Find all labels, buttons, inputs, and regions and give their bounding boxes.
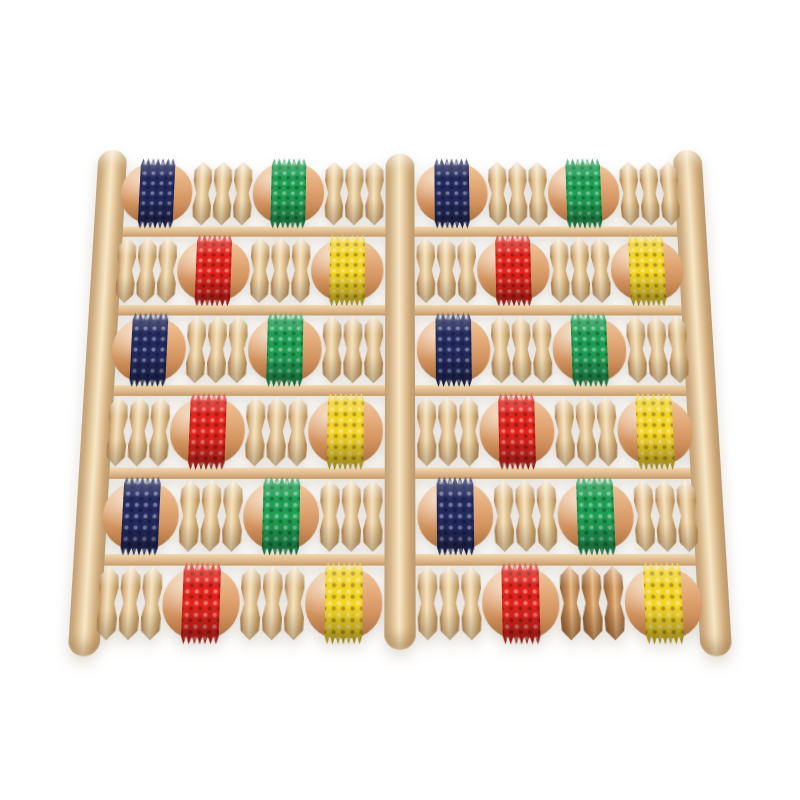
blue-spike-ring: [434, 159, 469, 229]
gear-ridge: [536, 480, 557, 552]
gear-ridge: [324, 162, 343, 226]
green-ring-barrel-roller: [252, 164, 325, 223]
gear-ridge: [363, 480, 383, 552]
red-spike-ring: [495, 235, 532, 307]
gear-ridge: [192, 162, 213, 226]
blue-spike-ring: [138, 159, 176, 229]
gear-ridge: [136, 238, 158, 304]
red-ring-barrel-roller: [169, 399, 246, 464]
foot-massage-roller: [68, 156, 732, 648]
gear-ridge: [488, 162, 508, 226]
blue-ring-barrel-roller: [417, 482, 494, 549]
wood-gear-roller: [192, 162, 253, 226]
wood-gear-roller: [240, 566, 305, 641]
wood-gear-roller: [549, 238, 611, 304]
gear-ridge: [646, 316, 668, 384]
gear-ridge: [270, 238, 290, 304]
right-half-row-3: [417, 309, 690, 390]
green-ring-barrel-roller: [547, 164, 620, 223]
roller-row-4: [105, 390, 694, 473]
gear-ridge: [364, 316, 383, 384]
gear-ridge: [240, 566, 262, 641]
yellow-ring-barrel-roller: [616, 399, 694, 464]
gear-ridge: [345, 162, 364, 226]
yellow-ring-barrel-roller: [623, 569, 703, 638]
right-half-row-5: [417, 473, 699, 559]
gear-ridge: [459, 397, 479, 467]
left-half-row-6: [95, 559, 382, 648]
gear-ridge: [418, 566, 438, 641]
blue-ring-barrel-roller: [417, 318, 491, 381]
right-half-row-6: [418, 559, 705, 648]
gear-ridge: [343, 316, 362, 384]
gear-ridge: [639, 162, 660, 226]
blue-spike-ring: [437, 476, 475, 555]
gear-ridge: [233, 162, 253, 226]
center-rail-gap: [382, 473, 417, 559]
gear-ridge: [212, 162, 233, 226]
gear-ridge: [322, 316, 342, 384]
gear-ridge: [581, 566, 603, 641]
gear-ridge: [416, 238, 435, 304]
gear-ridge: [511, 316, 531, 384]
yellow-ring-barrel-roller: [308, 399, 383, 464]
right-half-row-4: [417, 390, 695, 473]
gear-ridge: [461, 566, 482, 641]
wood-gear-roller: [178, 480, 243, 552]
gear-ridge: [115, 238, 137, 304]
wood-gear-roller: [96, 566, 163, 641]
roller-row-1: [119, 156, 681, 232]
blue-spike-ring: [129, 313, 168, 387]
gear-ridge: [200, 480, 222, 552]
gear-ridge: [206, 316, 227, 384]
green-spike-ring: [565, 159, 602, 229]
wood-gear-roller: [554, 397, 618, 467]
wood-gear-roller: [185, 316, 248, 384]
right-half-row-2: [416, 231, 685, 309]
gear-ridge: [554, 397, 575, 467]
wood-gear-roller: [418, 566, 482, 641]
left-half-row-3: [110, 309, 383, 390]
green-spike-ring: [570, 313, 608, 387]
gear-ridge: [559, 566, 581, 641]
yellow-ring-barrel-roller: [610, 240, 685, 301]
red-ring-barrel-roller: [477, 240, 551, 301]
gear-ridge: [245, 397, 266, 467]
blue-ring-barrel-roller: [101, 482, 180, 549]
gear-ridge: [227, 316, 248, 384]
wood-gear-roller: [106, 397, 171, 467]
gear-ridge: [291, 238, 311, 304]
yellow-spike-ring: [327, 393, 364, 469]
red-ring-barrel-roller: [482, 569, 561, 638]
blue-ring-barrel-roller: [416, 164, 488, 223]
gear-ridge: [156, 238, 178, 304]
gear-ridge: [570, 238, 591, 304]
red-spike-ring: [498, 393, 536, 469]
gear-ridge: [341, 480, 361, 552]
dark-wood-gear-roller: [559, 566, 625, 641]
wood-gear-roller: [322, 316, 383, 384]
blue-spike-ring: [435, 313, 471, 387]
gear-ridge: [676, 480, 699, 552]
wood-gear-roller: [488, 162, 548, 226]
gear-ridge: [127, 397, 150, 467]
gear-ridge: [185, 316, 207, 384]
gear-ridge: [508, 162, 528, 226]
yellow-spike-ring: [324, 562, 362, 644]
left-half-row-4: [105, 390, 383, 473]
wood-gear-roller: [324, 162, 383, 226]
gear-ridge: [438, 397, 458, 467]
gear-ridge: [590, 238, 611, 304]
green-ring-barrel-roller: [557, 482, 635, 549]
red-spike-ring: [501, 562, 540, 644]
gear-ridge: [262, 566, 284, 641]
red-ring-barrel-roller: [161, 569, 241, 638]
gear-ridge: [287, 397, 308, 467]
yellow-ring-barrel-roller: [311, 240, 384, 301]
wood-gear-roller: [619, 162, 681, 226]
wood-gear-roller: [494, 480, 558, 552]
gear-ridge: [667, 316, 690, 384]
gear-ridge: [365, 162, 384, 226]
gear-ridge: [96, 566, 120, 641]
gear-ridge: [575, 397, 597, 467]
gear-ridge: [528, 162, 548, 226]
left-half-row-5: [100, 473, 382, 559]
red-ring-barrel-roller: [479, 399, 555, 464]
blue-ring-barrel-roller: [119, 164, 193, 223]
red-spike-ring: [194, 235, 232, 307]
green-spike-ring: [262, 476, 301, 555]
center-rail-gap: [383, 390, 418, 473]
gear-ridge: [266, 397, 287, 467]
green-ring-barrel-roller: [242, 482, 319, 549]
roller-row-3: [110, 309, 690, 390]
gear-ridge: [320, 480, 340, 552]
green-spike-ring: [576, 476, 616, 555]
gear-ridge: [148, 397, 170, 467]
gear-ridge: [178, 480, 200, 552]
gear-ridge: [515, 480, 536, 552]
gear-ridge: [118, 566, 142, 641]
gear-ridge: [457, 238, 476, 304]
green-spike-ring: [270, 159, 306, 229]
wood-gear-roller: [245, 397, 308, 467]
green-ring-barrel-roller: [247, 318, 322, 381]
gear-ridge: [532, 316, 553, 384]
roller-row-2: [115, 231, 686, 309]
gear-ridge: [633, 480, 656, 552]
wood-gear-roller: [417, 397, 479, 467]
roller-row-5: [100, 473, 699, 559]
center-rail-gap: [384, 156, 417, 232]
wood-gear-roller: [250, 238, 311, 304]
yellow-spike-ring: [635, 393, 675, 469]
blue-spike-ring: [120, 476, 161, 555]
gear-ridge: [549, 238, 570, 304]
gear-ridge: [439, 566, 459, 641]
red-ring-barrel-roller: [176, 240, 251, 301]
gear-ridge: [284, 566, 305, 641]
gear-ridge: [494, 480, 515, 552]
gear-ridge: [417, 397, 437, 467]
gear-ridge: [140, 566, 163, 641]
red-spike-ring: [188, 393, 227, 469]
gear-ridge: [106, 397, 129, 467]
wood-gear-roller: [491, 316, 553, 384]
gear-ridge: [596, 397, 618, 467]
red-spike-ring: [181, 562, 222, 644]
gear-ridge: [222, 480, 244, 552]
gear-ridge: [659, 162, 681, 226]
green-ring-barrel-roller: [552, 318, 628, 381]
gear-ridge: [619, 162, 640, 226]
left-half-row-1: [119, 156, 384, 232]
gear-ridge: [603, 566, 626, 641]
yellow-spike-ring: [628, 235, 667, 307]
yellow-spike-ring: [329, 235, 365, 307]
product-photo-scene: [0, 0, 800, 800]
gear-ridge: [437, 238, 456, 304]
left-half-row-2: [115, 231, 384, 309]
wood-gear-roller: [626, 316, 690, 384]
center-rail-gap: [383, 309, 417, 390]
center-rail-gap: [382, 559, 418, 648]
blue-ring-barrel-roller: [111, 318, 188, 381]
center-rail-gap: [383, 231, 416, 309]
yellow-spike-ring: [643, 562, 685, 644]
green-spike-ring: [266, 313, 303, 387]
gear-ridge: [654, 480, 677, 552]
wood-gear-roller: [320, 480, 383, 552]
yellow-ring-barrel-roller: [305, 569, 383, 638]
right-half-row-1: [416, 156, 681, 232]
gear-ridge: [250, 238, 270, 304]
wood-gear-roller: [115, 238, 178, 304]
gear-ridge: [491, 316, 511, 384]
wood-gear-roller: [633, 480, 699, 552]
roller-row-6: [95, 559, 704, 648]
wood-gear-roller: [416, 238, 476, 304]
roller-rows: [68, 156, 732, 648]
gear-ridge: [626, 316, 648, 384]
